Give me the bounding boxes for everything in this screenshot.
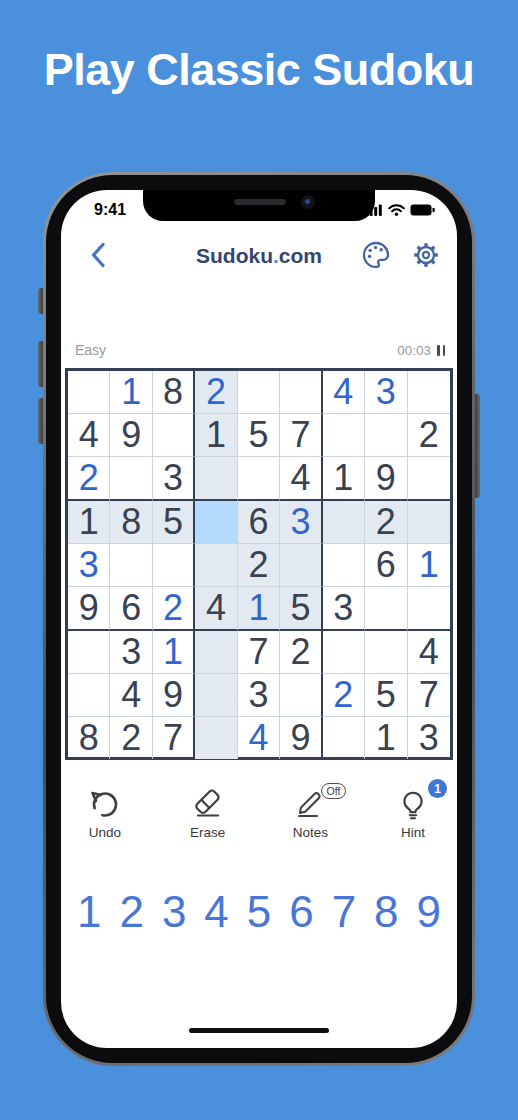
cell-r9c4[interactable] [195,717,237,759]
phone-bezel: 9:41 Sudoku.com [46,175,472,1063]
cell-r3c5[interactable] [238,457,280,501]
cell-r9c1[interactable]: 8 [68,717,110,759]
cell-r9c7[interactable] [323,717,365,759]
cell-r3c1[interactable]: 2 [68,457,110,501]
cell-r4c1[interactable]: 1 [68,501,110,544]
cell-r4c7[interactable] [323,501,365,544]
cell-r1c3[interactable]: 8 [153,371,195,414]
cell-r2c1[interactable]: 4 [68,414,110,457]
cell-r8c3[interactable]: 9 [153,674,195,717]
cell-r2c7[interactable] [323,414,365,457]
cell-r6c8[interactable] [365,587,407,631]
erase-button[interactable]: Erase [170,786,246,852]
cell-r5c7[interactable] [323,544,365,587]
cell-r5c3[interactable] [153,544,195,587]
cell-r3c6[interactable]: 4 [280,457,322,501]
cell-r2c9[interactable]: 2 [408,414,450,457]
cell-r4c9[interactable] [408,501,450,544]
cell-r5c5[interactable]: 2 [238,544,280,587]
cell-r8c6[interactable] [280,674,322,717]
settings-button[interactable] [411,240,441,270]
cell-r4c5[interactable]: 6 [238,501,280,544]
cell-r2c3[interactable] [153,414,195,457]
cell-r4c4[interactable] [195,501,237,544]
cell-r9c9[interactable]: 3 [408,717,450,759]
cell-r6c1[interactable]: 9 [68,587,110,631]
notes-button[interactable]: Off Notes [272,786,348,852]
phone-notch [143,190,375,221]
numpad-9[interactable]: 9 [417,890,441,934]
app-title: Sudoku.com [61,244,457,268]
cell-r3c9[interactable] [408,457,450,501]
cell-r5c9[interactable]: 1 [408,544,450,587]
cell-r4c2[interactable]: 8 [110,501,152,544]
cell-r6c9[interactable] [408,587,450,631]
cell-r4c6[interactable]: 3 [280,501,322,544]
status-icons [365,204,435,216]
phone-frame: 9:41 Sudoku.com [43,172,475,1066]
cell-r3c4[interactable] [195,457,237,501]
hint-count-badge: 1 [428,779,447,798]
cell-r7c3[interactable]: 1 [153,631,195,674]
toolbar: Undo Erase Off [67,786,451,852]
cell-r6c7[interactable]: 3 [323,587,365,631]
cell-r9c2[interactable]: 2 [110,717,152,759]
numpad-5[interactable]: 5 [247,890,271,934]
cell-r9c6[interactable]: 9 [280,717,322,759]
cell-r7c4[interactable] [195,631,237,674]
cell-r7c7[interactable] [323,631,365,674]
cell-r7c8[interactable] [365,631,407,674]
cell-r8c9[interactable]: 7 [408,674,450,717]
cell-r5c8[interactable]: 6 [365,544,407,587]
cell-r7c5[interactable]: 7 [238,631,280,674]
cell-r1c4[interactable]: 2 [195,371,237,414]
wifi-icon [388,204,405,216]
cell-r6c6[interactable]: 5 [280,587,322,631]
cell-r5c1[interactable]: 3 [68,544,110,587]
speaker-slot [234,199,286,205]
cell-r1c1[interactable] [68,371,110,414]
gear-icon [411,240,441,270]
numpad: 123456789 [77,890,441,934]
cell-r3c7[interactable]: 1 [323,457,365,501]
cell-r1c6[interactable] [280,371,322,414]
cell-r8c4[interactable] [195,674,237,717]
cell-r7c1[interactable] [68,631,110,674]
cell-r6c3[interactable]: 2 [153,587,195,631]
cell-r2c5[interactable]: 5 [238,414,280,457]
difficulty-label: Easy [75,342,106,358]
numpad-2[interactable]: 2 [119,890,143,934]
cell-r3c2[interactable] [110,457,152,501]
hero-title: Play Classic Sudoku [0,44,518,96]
pause-button[interactable] [437,345,445,356]
eraser-icon [193,788,223,820]
cell-r8c1[interactable] [68,674,110,717]
notes-off-badge: Off [321,783,347,799]
cell-r1c2[interactable]: 1 [110,371,152,414]
cell-r3c3[interactable]: 3 [153,457,195,501]
cell-r6c4[interactable]: 4 [195,587,237,631]
hint-button[interactable]: 1 Hint [375,786,451,852]
lightbulb-icon [399,788,427,820]
cell-r8c2[interactable]: 4 [110,674,152,717]
palette-icon [361,240,391,270]
cell-r4c8[interactable]: 2 [365,501,407,544]
numpad-1[interactable]: 1 [77,890,101,934]
cell-r7c2[interactable]: 3 [110,631,152,674]
cell-r8c7[interactable]: 2 [323,674,365,717]
timer: 00:03 [397,343,431,358]
cell-r5c4[interactable] [195,544,237,587]
numpad-6[interactable]: 6 [289,890,313,934]
cell-r9c8[interactable]: 1 [365,717,407,759]
app-screen: 9:41 Sudoku.com [61,190,457,1048]
sudoku-board: 1824349157223419185632326196241533172449… [65,368,453,760]
numpad-8[interactable]: 8 [374,890,398,934]
undo-icon [88,788,122,820]
cell-r4c3[interactable]: 5 [153,501,195,544]
cell-r1c5[interactable] [238,371,280,414]
numpad-4[interactable]: 4 [204,890,228,934]
cell-r6c5[interactable]: 1 [238,587,280,631]
cell-r2c2[interactable]: 9 [110,414,152,457]
info-bar: Easy 00:03 [75,342,445,358]
cell-r9c5[interactable]: 4 [238,717,280,759]
cell-r1c7[interactable]: 4 [323,371,365,414]
cell-r9c3[interactable]: 7 [153,717,195,759]
battery-icon [410,204,435,216]
numpad-7[interactable]: 7 [332,890,356,934]
cell-r2c4[interactable]: 1 [195,414,237,457]
cell-r7c6[interactable]: 2 [280,631,322,674]
cell-r8c8[interactable]: 5 [365,674,407,717]
front-camera [301,195,315,209]
cell-r2c8[interactable] [365,414,407,457]
cell-r5c2[interactable] [110,544,152,587]
theme-button[interactable] [361,240,391,270]
numpad-3[interactable]: 3 [162,890,186,934]
cell-r7c9[interactable]: 4 [408,631,450,674]
cell-r8c5[interactable]: 3 [238,674,280,717]
undo-button[interactable]: Undo [67,786,143,852]
cell-r1c8[interactable]: 3 [365,371,407,414]
cell-r6c2[interactable]: 6 [110,587,152,631]
cell-r2c6[interactable]: 7 [280,414,322,457]
cell-r3c8[interactable]: 9 [365,457,407,501]
home-indicator[interactable] [189,1028,329,1033]
cell-r1c9[interactable] [408,371,450,414]
status-time: 9:41 [94,201,126,219]
cell-r5c6[interactable] [280,544,322,587]
